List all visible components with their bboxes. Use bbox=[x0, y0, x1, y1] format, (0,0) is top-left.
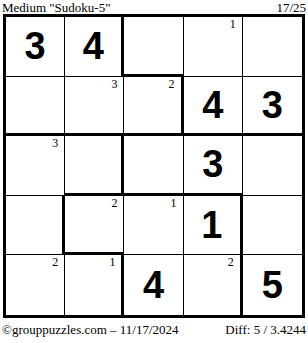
cell-r5c5[interactable]: 5 bbox=[243, 255, 302, 315]
pencil-mark: 2 bbox=[52, 255, 58, 269]
cell-r1c5[interactable] bbox=[243, 17, 302, 77]
difficulty-text: Diff: 5 / 3.4244 bbox=[225, 322, 306, 338]
big-value: 4 bbox=[83, 27, 104, 65]
cell-r4c2[interactable]: 2 bbox=[65, 196, 124, 256]
big-value: 1 bbox=[201, 206, 222, 244]
cell-r1c3[interactable] bbox=[124, 17, 183, 77]
cell-r1c4[interactable]: 1 bbox=[184, 17, 243, 77]
cell-r4c1[interactable] bbox=[6, 196, 65, 256]
cell-r2c3[interactable]: 2 bbox=[124, 77, 183, 137]
big-value: 4 bbox=[143, 266, 164, 304]
cell-r5c1[interactable]: 2 bbox=[6, 255, 65, 315]
cell-r1c1[interactable]: 3 bbox=[6, 17, 65, 77]
copyright-text: ©grouppuzzles.com – 11/17/2024 bbox=[2, 322, 179, 338]
pencil-mark: 3 bbox=[52, 136, 58, 150]
pencil-mark: 1 bbox=[171, 196, 177, 210]
cell-r1c2[interactable]: 4 bbox=[65, 17, 124, 77]
cell-r5c3[interactable]: 4 bbox=[124, 255, 183, 315]
cell-r2c2[interactable]: 3 bbox=[65, 77, 124, 137]
pencil-mark: 2 bbox=[228, 255, 234, 269]
pencil-mark: 1 bbox=[109, 255, 115, 269]
cell-r3c4[interactable]: 3 bbox=[184, 136, 243, 196]
cell-r4c5[interactable] bbox=[243, 196, 302, 256]
sudoku-grid: 3 4 1 3 2 4 bbox=[3, 14, 305, 318]
cell-r4c4[interactable]: 1 bbox=[184, 196, 243, 256]
cell-r2c4[interactable]: 4 bbox=[184, 77, 243, 137]
pencil-mark: 3 bbox=[111, 77, 117, 91]
cell-r5c2[interactable]: 1 bbox=[65, 255, 124, 315]
cell-r5c4[interactable]: 2 bbox=[184, 255, 243, 315]
big-value: 3 bbox=[25, 27, 46, 65]
cell-r3c1[interactable]: 3 bbox=[6, 136, 65, 196]
big-value: 4 bbox=[202, 86, 223, 124]
big-value: 5 bbox=[262, 266, 283, 304]
cell-r2c1[interactable] bbox=[6, 77, 65, 137]
pencil-mark: 1 bbox=[230, 17, 236, 31]
big-value: 3 bbox=[262, 86, 283, 124]
cell-r4c3[interactable]: 1 bbox=[124, 196, 183, 256]
cell-r2c5[interactable]: 3 bbox=[243, 77, 302, 137]
pencil-mark: 2 bbox=[111, 196, 117, 210]
pencil-mark: 2 bbox=[169, 77, 175, 91]
cell-r3c3[interactable] bbox=[124, 136, 183, 196]
big-value: 3 bbox=[202, 145, 223, 183]
page: Medium "Sudoku-5" 17/25 3 4 1 3 bbox=[0, 0, 308, 343]
cell-r3c5[interactable] bbox=[243, 136, 302, 196]
cell-r3c2[interactable] bbox=[65, 136, 124, 196]
